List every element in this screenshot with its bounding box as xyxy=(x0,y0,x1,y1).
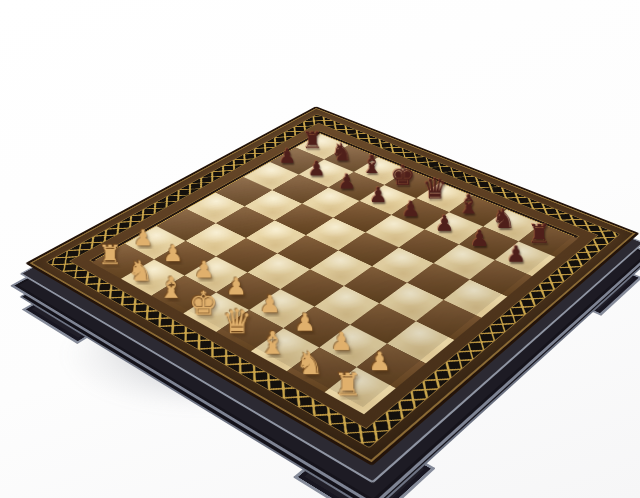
piece-black-pawn: ♟ xyxy=(494,243,538,265)
product-photo-scene: ♜♞♝♚♛♝♞♜♟♟♟♟♟♟♟♟♟♟♟♟♟♟♟♟♜♞♝♚♛♝♞♜ xyxy=(0,0,640,498)
square-e5 xyxy=(338,232,399,266)
square-f5 xyxy=(372,247,434,282)
piece-white-rook: ♜ xyxy=(322,369,373,400)
